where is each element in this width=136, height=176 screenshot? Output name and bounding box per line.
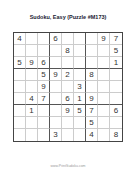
cell-r3c5[interactable]: [62, 57, 74, 69]
cell-r8c5[interactable]: [62, 117, 74, 129]
cell-r3c3[interactable]: 6: [38, 57, 50, 69]
cell-r7c4[interactable]: [50, 105, 62, 117]
cell-r2c6[interactable]: [74, 45, 86, 57]
cell-r9c5[interactable]: [62, 129, 74, 141]
cell-r5c2[interactable]: [26, 81, 38, 93]
cell-r7c2[interactable]: 1: [26, 105, 38, 117]
cell-r4c7[interactable]: 8: [86, 69, 98, 81]
cell-r6c3[interactable]: 7: [38, 93, 50, 105]
cell-r1c1[interactable]: 4: [14, 33, 26, 45]
cell-r1c2[interactable]: [26, 33, 38, 45]
cell-r8c4[interactable]: [50, 117, 62, 129]
cell-r5c7[interactable]: [86, 81, 98, 93]
cell-r6c6[interactable]: 1: [74, 93, 86, 105]
cell-r3c4[interactable]: [50, 57, 62, 69]
cell-r4c5[interactable]: 2: [62, 69, 74, 81]
cell-r1c9[interactable]: 7: [110, 33, 122, 45]
cell-r1c5[interactable]: [62, 33, 74, 45]
cell-r9c1[interactable]: [14, 129, 26, 141]
cell-r1c8[interactable]: 9: [98, 33, 110, 45]
cell-r3c8[interactable]: [98, 57, 110, 69]
cell-r5c6[interactable]: 3: [74, 81, 86, 93]
cell-r2c2[interactable]: [26, 45, 38, 57]
cell-r6c4[interactable]: [50, 93, 62, 105]
cell-r4c2[interactable]: [26, 69, 38, 81]
cell-r9c3[interactable]: [38, 129, 50, 141]
cell-r2c5[interactable]: 8: [62, 45, 74, 57]
cell-r2c8[interactable]: [98, 45, 110, 57]
cell-r3c7[interactable]: [86, 57, 98, 69]
cell-r7c8[interactable]: [98, 105, 110, 117]
cell-r1c4[interactable]: 6: [50, 33, 62, 45]
cell-r6c5[interactable]: 6: [62, 93, 74, 105]
cell-r3c1[interactable]: 5: [14, 57, 26, 69]
cell-r4c4[interactable]: 9: [50, 69, 62, 81]
cell-r7c1[interactable]: [14, 105, 26, 117]
cell-r5c1[interactable]: [14, 81, 26, 93]
cell-r5c8[interactable]: [98, 81, 110, 93]
cell-r5c4[interactable]: [50, 81, 62, 93]
cell-r8c3[interactable]: [38, 117, 50, 129]
cell-r6c1[interactable]: [14, 93, 26, 105]
cell-r9c6[interactable]: [74, 129, 86, 141]
cell-r2c9[interactable]: 5: [110, 45, 122, 57]
cell-r6c2[interactable]: 4: [26, 93, 38, 105]
cell-r7c5[interactable]: 9: [62, 105, 74, 117]
cell-r8c9[interactable]: [110, 117, 122, 129]
cell-r2c3[interactable]: [38, 45, 50, 57]
cell-r4c6[interactable]: [74, 69, 86, 81]
cell-r3c2[interactable]: 9: [26, 57, 38, 69]
cell-r8c6[interactable]: [74, 117, 86, 129]
cell-r4c9[interactable]: [110, 69, 122, 81]
cell-r8c1[interactable]: [14, 117, 26, 129]
footer-url: www.PrintSudoku.com: [0, 164, 136, 168]
sudoku-page: Sudoku, Easy (Puzzle #M173) 469785596159…: [0, 0, 136, 176]
cell-r2c7[interactable]: [86, 45, 98, 57]
cell-r3c6[interactable]: [74, 57, 86, 69]
cell-r1c7[interactable]: [86, 33, 98, 45]
cell-r8c2[interactable]: [26, 117, 38, 129]
cell-r7c9[interactable]: 6: [110, 105, 122, 117]
cell-r9c2[interactable]: [26, 129, 38, 141]
cell-r5c5[interactable]: [62, 81, 74, 93]
cell-r7c3[interactable]: [38, 105, 50, 117]
cell-r7c7[interactable]: 7: [86, 105, 98, 117]
cell-r6c7[interactable]: 9: [86, 93, 98, 105]
cell-r6c9[interactable]: [110, 93, 122, 105]
cell-r9c9[interactable]: 8: [110, 129, 122, 141]
cell-r2c4[interactable]: [50, 45, 62, 57]
sudoku-board: 469785596159289347619195765348: [13, 32, 123, 142]
cell-r1c3[interactable]: [38, 33, 50, 45]
cell-r6c8[interactable]: [98, 93, 110, 105]
cell-r8c8[interactable]: [98, 117, 110, 129]
cell-r5c3[interactable]: 9: [38, 81, 50, 93]
page-title: Sudoku, Easy (Puzzle #M173): [0, 14, 136, 20]
cell-r9c8[interactable]: [98, 129, 110, 141]
cell-r5c9[interactable]: [110, 81, 122, 93]
cell-r8c7[interactable]: 5: [86, 117, 98, 129]
cell-r2c1[interactable]: [14, 45, 26, 57]
cell-r4c3[interactable]: 5: [38, 69, 50, 81]
cell-r9c4[interactable]: 3: [50, 129, 62, 141]
cell-r4c1[interactable]: [14, 69, 26, 81]
cell-r9c7[interactable]: 4: [86, 129, 98, 141]
cell-r1c6[interactable]: [74, 33, 86, 45]
cell-r7c6[interactable]: 5: [74, 105, 86, 117]
cell-r3c9[interactable]: 1: [110, 57, 122, 69]
cell-r4c8[interactable]: [98, 69, 110, 81]
